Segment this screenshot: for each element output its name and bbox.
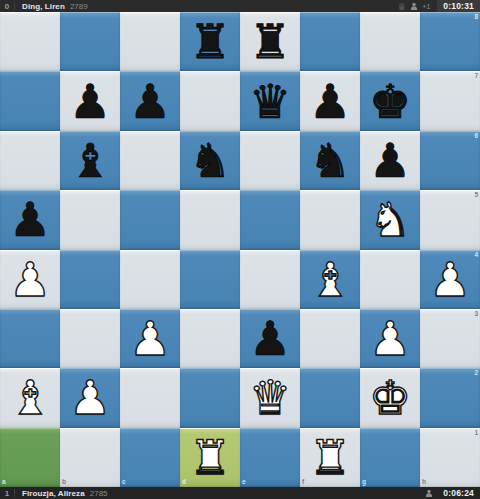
- bar-divider: [14, 489, 15, 497]
- square-g2[interactable]: ♚: [360, 368, 420, 427]
- square-f3[interactable]: [300, 309, 360, 368]
- file-label-c: c: [122, 479, 126, 486]
- rank-label-4: 4: [474, 252, 478, 259]
- square-g4[interactable]: [360, 250, 420, 309]
- square-f8[interactable]: [300, 12, 360, 71]
- file-label-g: g: [362, 479, 366, 486]
- square-f4[interactable]: ♝: [300, 250, 360, 309]
- square-d4[interactable]: [180, 250, 240, 309]
- square-a3[interactable]: [0, 309, 60, 368]
- black-knight: ♞: [189, 137, 231, 184]
- square-b6[interactable]: ♝: [60, 131, 120, 190]
- square-h6[interactable]: 6: [420, 131, 480, 190]
- square-c6[interactable]: [120, 131, 180, 190]
- bottom-player-clock: 0:06:24: [437, 487, 480, 499]
- rank-label-5: 5: [474, 192, 478, 199]
- square-h3[interactable]: 3: [420, 309, 480, 368]
- square-h7[interactable]: 7: [420, 71, 480, 130]
- black-knight: ♞: [309, 137, 351, 184]
- square-b8[interactable]: [60, 12, 120, 71]
- top-player-name: Ding, Liren: [22, 2, 65, 11]
- square-a1[interactable]: a: [0, 428, 60, 487]
- square-d3[interactable]: [180, 309, 240, 368]
- top-player-score: 0: [0, 2, 14, 11]
- square-c4[interactable]: [120, 250, 180, 309]
- black-rook: ♜: [249, 18, 291, 65]
- bottom-player-score: 1: [0, 489, 14, 498]
- square-f5[interactable]: [300, 190, 360, 249]
- square-c3[interactable]: ♟: [120, 309, 180, 368]
- square-b4[interactable]: [60, 250, 120, 309]
- viewers-count: +1: [422, 3, 430, 10]
- black-pawn: ♟: [369, 137, 411, 184]
- square-g3[interactable]: ♟: [360, 309, 420, 368]
- rank-label-7: 7: [474, 73, 478, 80]
- square-e6[interactable]: [240, 131, 300, 190]
- white-queen: ♛: [249, 374, 291, 421]
- bar-divider: [14, 2, 15, 10]
- rank-label-8: 8: [474, 14, 478, 21]
- rank-label-6: 6: [474, 133, 478, 140]
- chess-broadcast-window: 0 Ding, Liren 2789 +1 0:10:31 ♜♜8♟♟♛♟♚7♝…: [0, 0, 480, 499]
- white-knight: ♞: [369, 196, 411, 243]
- black-pawn: ♟: [9, 196, 51, 243]
- rank-label-1: 1: [474, 430, 478, 437]
- square-g5[interactable]: ♞: [360, 190, 420, 249]
- square-f1[interactable]: ♜f: [300, 428, 360, 487]
- square-b2[interactable]: ♟: [60, 368, 120, 427]
- square-e8[interactable]: ♜: [240, 12, 300, 71]
- white-pawn: ♟: [429, 256, 471, 303]
- hand-icon: [397, 2, 406, 11]
- square-f7[interactable]: ♟: [300, 71, 360, 130]
- square-d5[interactable]: [180, 190, 240, 249]
- square-b3[interactable]: [60, 309, 120, 368]
- square-g6[interactable]: ♟: [360, 131, 420, 190]
- bottom-player-bar: 1 Firouzja, Alireza 2785 0:06:24: [0, 487, 480, 499]
- player-person-icon: [425, 489, 433, 497]
- square-d7[interactable]: [180, 71, 240, 130]
- white-bishop: ♝: [309, 256, 351, 303]
- square-c2[interactable]: [120, 368, 180, 427]
- square-a5[interactable]: ♟: [0, 190, 60, 249]
- white-pawn: ♟: [69, 374, 111, 421]
- square-c1[interactable]: c: [120, 428, 180, 487]
- square-a7[interactable]: [0, 71, 60, 130]
- square-d6[interactable]: ♞: [180, 131, 240, 190]
- square-c7[interactable]: ♟: [120, 71, 180, 130]
- square-e7[interactable]: ♛: [240, 71, 300, 130]
- file-label-a: a: [2, 479, 6, 486]
- square-h8[interactable]: 8: [420, 12, 480, 71]
- square-b5[interactable]: [60, 190, 120, 249]
- square-g7[interactable]: ♚: [360, 71, 420, 130]
- white-pawn: ♟: [129, 315, 171, 362]
- black-rook: ♜: [189, 18, 231, 65]
- top-player-clock: 0:10:31: [437, 0, 480, 12]
- black-pawn: ♟: [309, 78, 351, 125]
- white-rook: ♜: [309, 434, 351, 481]
- rank-label-3: 3: [474, 311, 478, 318]
- black-pawn: ♟: [129, 78, 171, 125]
- file-label-d: d: [182, 479, 186, 486]
- top-player-rating: 2789: [70, 2, 88, 11]
- square-c5[interactable]: [120, 190, 180, 249]
- square-e4[interactable]: [240, 250, 300, 309]
- square-h1[interactable]: h1: [420, 428, 480, 487]
- square-a2[interactable]: ♝: [0, 368, 60, 427]
- file-label-f: f: [302, 479, 304, 486]
- square-e3[interactable]: ♟: [240, 309, 300, 368]
- square-h5[interactable]: 5: [420, 190, 480, 249]
- square-e2[interactable]: ♛: [240, 368, 300, 427]
- square-h2[interactable]: 2: [420, 368, 480, 427]
- square-d1[interactable]: ♜d: [180, 428, 240, 487]
- black-king: ♚: [369, 78, 411, 125]
- white-pawn: ♟: [9, 256, 51, 303]
- square-a6[interactable]: [0, 131, 60, 190]
- viewers-person-icon: [410, 2, 418, 10]
- black-pawn: ♟: [69, 78, 111, 125]
- black-bishop: ♝: [69, 137, 111, 184]
- black-pawn: ♟: [249, 315, 291, 362]
- rank-label-2: 2: [474, 370, 478, 377]
- square-c8[interactable]: [120, 12, 180, 71]
- black-queen: ♛: [249, 78, 291, 125]
- square-h4[interactable]: ♟4: [420, 250, 480, 309]
- file-label-b: b: [62, 479, 66, 486]
- white-pawn: ♟: [369, 315, 411, 362]
- square-g8[interactable]: [360, 12, 420, 71]
- square-e1[interactable]: e: [240, 428, 300, 487]
- square-a4[interactable]: ♟: [0, 250, 60, 309]
- square-g1[interactable]: g: [360, 428, 420, 487]
- white-bishop: ♝: [9, 374, 51, 421]
- square-f6[interactable]: ♞: [300, 131, 360, 190]
- bottom-player-name: Firouzja, Alireza: [22, 489, 85, 498]
- square-b1[interactable]: b: [60, 428, 120, 487]
- square-f2[interactable]: [300, 368, 360, 427]
- square-d8[interactable]: ♜: [180, 12, 240, 71]
- chess-board: ♜♜8♟♟♛♟♚7♝♞♞♟6♟♞5♟♝♟4♟♟♟3♝♟♛♚2abc♜de♜fgh…: [0, 12, 480, 487]
- square-b7[interactable]: ♟: [60, 71, 120, 130]
- file-label-h: h: [422, 479, 426, 486]
- square-a8[interactable]: [0, 12, 60, 71]
- square-d2[interactable]: [180, 368, 240, 427]
- bottom-player-rating: 2785: [90, 489, 108, 498]
- white-king: ♚: [369, 374, 411, 421]
- square-e5[interactable]: [240, 190, 300, 249]
- top-player-bar: 0 Ding, Liren 2789 +1 0:10:31: [0, 0, 480, 12]
- white-rook: ♜: [189, 434, 231, 481]
- file-label-e: e: [242, 479, 246, 486]
